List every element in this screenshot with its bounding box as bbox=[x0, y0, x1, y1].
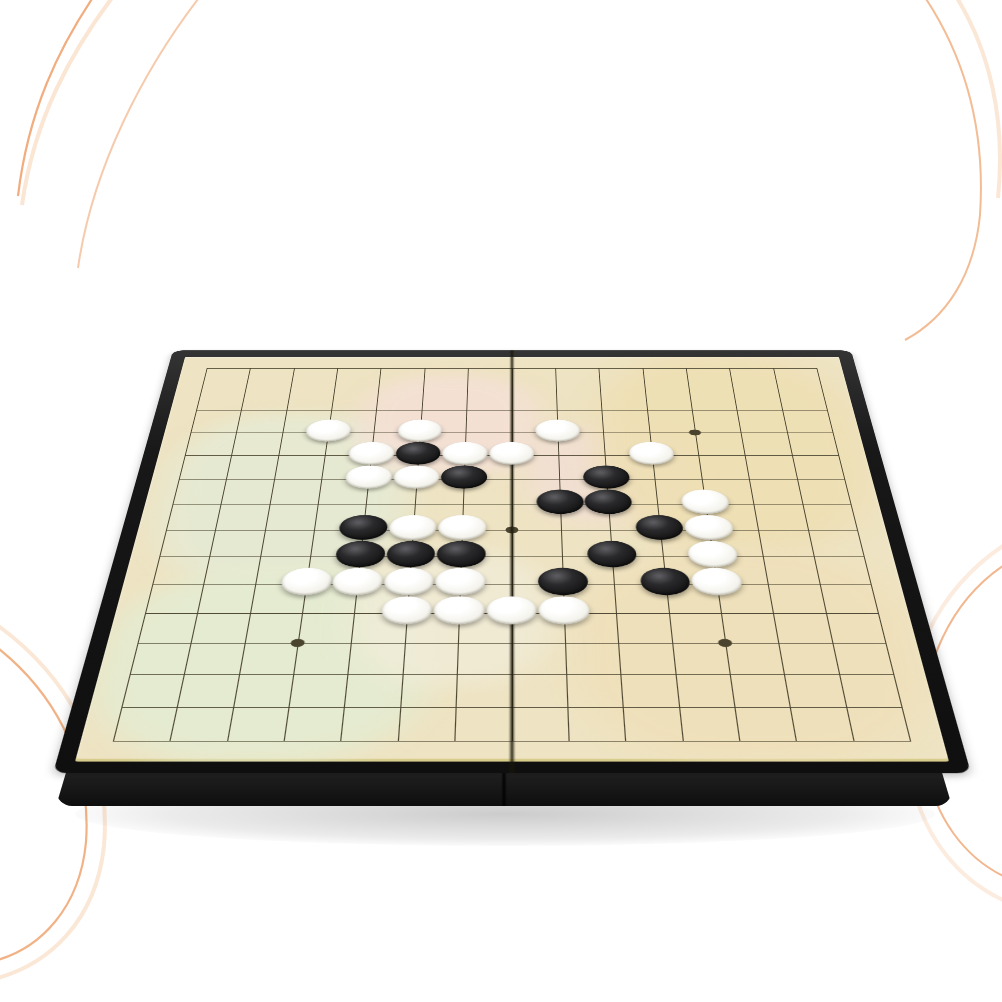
grid-cell bbox=[642, 368, 689, 389]
grid-cell bbox=[819, 584, 878, 613]
go-board-surface bbox=[75, 357, 949, 762]
grid-cell bbox=[768, 584, 826, 613]
grid-cell bbox=[204, 556, 260, 584]
playfield bbox=[113, 368, 911, 741]
white-stone bbox=[538, 596, 589, 624]
grid-cell bbox=[215, 504, 269, 530]
grid-cell bbox=[398, 707, 456, 741]
grid-cell bbox=[239, 643, 298, 674]
grid-cell bbox=[616, 613, 672, 643]
black-stone bbox=[538, 568, 588, 595]
grid-cell bbox=[567, 707, 625, 741]
grid-cell bbox=[293, 643, 351, 674]
grid-cell bbox=[260, 530, 314, 557]
grid-cell bbox=[721, 613, 779, 643]
grid-cell bbox=[177, 674, 239, 707]
grid-cell bbox=[763, 556, 819, 584]
grid-cell bbox=[749, 479, 802, 504]
grid-cell bbox=[556, 389, 602, 410]
grid-cell bbox=[846, 707, 910, 741]
grid-cell bbox=[675, 674, 734, 707]
grid-cell bbox=[511, 530, 561, 557]
grid-cell bbox=[298, 613, 355, 643]
grid-cell bbox=[379, 368, 425, 389]
grid-cell bbox=[376, 389, 423, 410]
grid-cell bbox=[286, 389, 334, 410]
grid-cell bbox=[672, 643, 730, 674]
grid-cell bbox=[689, 389, 737, 410]
grid-cell bbox=[423, 368, 468, 389]
grid-cell bbox=[241, 389, 290, 410]
grid-cell bbox=[246, 368, 294, 389]
grid-cell bbox=[421, 389, 467, 410]
grid-cell bbox=[773, 368, 822, 389]
grid-cell bbox=[166, 504, 221, 530]
grid-cell bbox=[825, 613, 885, 643]
white-stone bbox=[628, 442, 675, 465]
go-board-frame bbox=[53, 350, 971, 773]
grid-cell bbox=[566, 674, 623, 707]
grid-cell bbox=[618, 643, 675, 674]
black-stone bbox=[536, 490, 584, 514]
white-stone bbox=[535, 420, 580, 442]
go-board-wrapper bbox=[122, 140, 902, 920]
grid-cell bbox=[758, 530, 813, 557]
grid-cell bbox=[113, 707, 177, 741]
grid-cell bbox=[227, 707, 289, 741]
grid-cell bbox=[173, 479, 227, 504]
grid-cell bbox=[511, 674, 567, 707]
grid-cell bbox=[456, 674, 512, 707]
grid-cell bbox=[647, 410, 695, 432]
grid-cell bbox=[152, 556, 209, 584]
grid-cell bbox=[773, 613, 832, 643]
grid-cell bbox=[269, 479, 321, 504]
grid-cell bbox=[331, 389, 378, 410]
grid-cell bbox=[839, 674, 902, 707]
grid-cell bbox=[797, 479, 851, 504]
grid-cell bbox=[792, 456, 845, 480]
grid-cell bbox=[668, 613, 725, 643]
grid-cell bbox=[196, 389, 246, 410]
black-stone bbox=[584, 490, 632, 514]
grid-cell bbox=[121, 674, 184, 707]
grid-cell bbox=[802, 504, 857, 530]
grid-cell bbox=[221, 479, 274, 504]
black-stone bbox=[587, 541, 637, 567]
grid-cell bbox=[512, 368, 556, 389]
decorative-swirl-top-right bbox=[905, 0, 1000, 340]
grid-cell bbox=[644, 389, 691, 410]
white-stone bbox=[397, 420, 443, 442]
grid-cell bbox=[787, 433, 839, 456]
grid-cell bbox=[779, 643, 839, 674]
star-point bbox=[717, 639, 732, 647]
grid-cell bbox=[466, 389, 511, 410]
grid-cell bbox=[138, 613, 198, 643]
grid-cell bbox=[782, 410, 833, 432]
grid-cell bbox=[184, 643, 244, 674]
grid-cell bbox=[185, 433, 237, 456]
grid-cell bbox=[289, 674, 348, 707]
grid-cell bbox=[467, 368, 511, 389]
grid-cell bbox=[511, 707, 568, 741]
grid-cell bbox=[344, 674, 402, 707]
grid-cell bbox=[334, 368, 381, 389]
grid-cell bbox=[745, 456, 797, 480]
grid-cell bbox=[790, 707, 853, 741]
grid-cell bbox=[565, 643, 621, 674]
white-stone bbox=[435, 568, 485, 595]
black-stone bbox=[395, 442, 442, 465]
grid-cell bbox=[737, 410, 787, 432]
white-stone bbox=[438, 515, 486, 540]
grid-cell bbox=[813, 556, 870, 584]
product-photo-scene bbox=[0, 0, 1002, 1002]
grid-cell bbox=[784, 674, 846, 707]
grid-cell bbox=[454, 707, 511, 741]
grid-cell bbox=[600, 389, 647, 410]
grid-cell bbox=[679, 707, 740, 741]
grid-cell bbox=[511, 643, 566, 674]
grid-cell bbox=[623, 707, 682, 741]
grid-cell bbox=[686, 368, 733, 389]
grid-cell bbox=[512, 389, 557, 410]
grid-cell bbox=[734, 707, 796, 741]
black-stone bbox=[441, 465, 488, 488]
grid-cell bbox=[170, 707, 233, 741]
grid-cell bbox=[341, 707, 400, 741]
grid-cell bbox=[695, 433, 745, 456]
grid-cell bbox=[284, 707, 345, 741]
grid-cell bbox=[202, 368, 251, 389]
grid-cell bbox=[274, 456, 325, 480]
grid-cell bbox=[808, 530, 864, 557]
white-stone bbox=[433, 596, 484, 624]
white-stone bbox=[486, 596, 537, 624]
grid-cell bbox=[729, 368, 777, 389]
grid-cell bbox=[197, 584, 255, 613]
black-stone bbox=[634, 515, 684, 540]
grid-cell bbox=[466, 410, 512, 432]
grid-cell bbox=[244, 613, 302, 643]
grid-cell bbox=[402, 643, 458, 674]
white-stone bbox=[393, 465, 441, 488]
grid-cell bbox=[777, 389, 827, 410]
grid-cell bbox=[733, 389, 782, 410]
grid-cell bbox=[159, 530, 215, 557]
grid-cell bbox=[698, 456, 749, 480]
black-stone bbox=[583, 465, 631, 488]
grid-cell bbox=[210, 530, 265, 557]
grid-cell bbox=[290, 368, 337, 389]
grid-cell bbox=[191, 410, 242, 432]
white-stone bbox=[489, 442, 534, 465]
grid-cell bbox=[236, 410, 286, 432]
grid-cell bbox=[457, 643, 512, 674]
grid-cell bbox=[179, 456, 232, 480]
grid-cell bbox=[348, 643, 405, 674]
grid-cell bbox=[725, 643, 784, 674]
grid-cell bbox=[602, 410, 649, 432]
black-stone bbox=[436, 541, 485, 567]
grid-cell bbox=[621, 674, 679, 707]
grid-cell bbox=[265, 504, 318, 530]
grid-cell bbox=[692, 410, 741, 432]
grid-cell bbox=[231, 433, 282, 456]
grid-cell bbox=[233, 674, 293, 707]
grid-cell bbox=[191, 613, 250, 643]
grid-cell bbox=[730, 674, 790, 707]
white-stone bbox=[442, 442, 488, 465]
grid-cell bbox=[832, 643, 893, 674]
star-point bbox=[688, 430, 701, 436]
grid-cell bbox=[555, 368, 600, 389]
grid-cell bbox=[226, 456, 278, 480]
grid-cell bbox=[599, 368, 645, 389]
grid-cell bbox=[754, 504, 808, 530]
grid-cell bbox=[145, 584, 204, 613]
grid-cell bbox=[741, 433, 792, 456]
grid-cell bbox=[400, 674, 457, 707]
grid-cell bbox=[130, 643, 191, 674]
